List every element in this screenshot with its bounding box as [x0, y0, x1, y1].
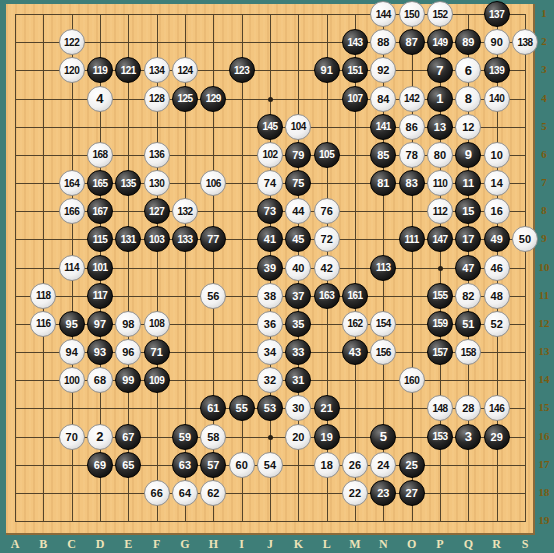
- white-stone-152: 152: [427, 1, 453, 27]
- black-stone-31: 31: [285, 367, 311, 393]
- column-label-O: O: [403, 537, 421, 552]
- black-stone-45: 45: [285, 226, 311, 252]
- column-label-C: C: [63, 537, 81, 552]
- white-stone-38: 38: [257, 283, 283, 309]
- white-stone-88: 88: [370, 29, 396, 55]
- black-stone-11: 11: [455, 170, 481, 196]
- black-stone-111: 111: [399, 226, 425, 252]
- black-stone-39: 39: [257, 255, 283, 281]
- white-stone-22: 22: [342, 480, 368, 506]
- black-stone-9: 9: [455, 142, 481, 168]
- star-point: [268, 97, 273, 102]
- column-label-K: K: [289, 537, 307, 552]
- black-stone-95: 95: [59, 311, 85, 337]
- row-label-11: 11: [535, 289, 553, 301]
- white-stone-160: 160: [399, 367, 425, 393]
- white-stone-66: 66: [144, 480, 170, 506]
- go-diagram-frame: 1234567891011121314151617181920212223242…: [0, 0, 554, 553]
- black-stone-77: 77: [200, 226, 226, 252]
- black-stone-123: 123: [229, 57, 255, 83]
- white-stone-96: 96: [115, 339, 141, 365]
- black-stone-25: 25: [399, 452, 425, 478]
- black-stone-69: 69: [87, 452, 113, 478]
- black-stone-47: 47: [455, 255, 481, 281]
- black-stone-125: 125: [172, 86, 198, 112]
- black-stone-21: 21: [314, 395, 340, 421]
- white-stone-98: 98: [115, 311, 141, 337]
- white-stone-44: 44: [285, 198, 311, 224]
- white-stone-132: 132: [172, 198, 198, 224]
- white-stone-6: 6: [455, 57, 481, 83]
- white-stone-56: 56: [200, 283, 226, 309]
- white-stone-162: 162: [342, 311, 368, 337]
- white-stone-156: 156: [370, 339, 396, 365]
- white-stone-54: 54: [257, 452, 283, 478]
- black-stone-29: 29: [484, 424, 510, 450]
- white-stone-12: 12: [455, 114, 481, 140]
- white-stone-52: 52: [484, 311, 510, 337]
- black-stone-147: 147: [427, 226, 453, 252]
- star-point: [268, 435, 273, 440]
- white-stone-148: 148: [427, 395, 453, 421]
- go-board: 1234567891011121314151617181920212223242…: [6, 4, 535, 535]
- black-stone-19: 19: [314, 424, 340, 450]
- column-label-A: A: [6, 537, 24, 552]
- black-stone-165: 165: [87, 170, 113, 196]
- row-label-15: 15: [535, 401, 553, 413]
- white-stone-122: 122: [59, 29, 85, 55]
- black-stone-93: 93: [87, 339, 113, 365]
- black-stone-59: 59: [172, 424, 198, 450]
- row-label-18: 18: [535, 486, 553, 498]
- black-stone-135: 135: [115, 170, 141, 196]
- white-stone-106: 106: [200, 170, 226, 196]
- white-stone-102: 102: [257, 142, 283, 168]
- black-stone-117: 117: [87, 283, 113, 309]
- column-label-M: M: [346, 537, 364, 552]
- white-stone-118: 118: [30, 283, 56, 309]
- black-stone-61: 61: [200, 395, 226, 421]
- white-stone-110: 110: [427, 170, 453, 196]
- black-stone-65: 65: [115, 452, 141, 478]
- white-stone-36: 36: [257, 311, 283, 337]
- white-stone-114: 114: [59, 255, 85, 281]
- black-stone-91: 91: [314, 57, 340, 83]
- black-stone-51: 51: [455, 311, 481, 337]
- black-stone-163: 163: [314, 283, 340, 309]
- black-stone-7: 7: [427, 57, 453, 83]
- white-stone-74: 74: [257, 170, 283, 196]
- white-stone-112: 112: [427, 198, 453, 224]
- black-stone-129: 129: [200, 86, 226, 112]
- row-label-13: 13: [535, 345, 553, 357]
- black-stone-55: 55: [229, 395, 255, 421]
- black-stone-151: 151: [342, 57, 368, 83]
- white-stone-134: 134: [144, 57, 170, 83]
- white-stone-116: 116: [30, 311, 56, 337]
- white-stone-62: 62: [200, 480, 226, 506]
- black-stone-27: 27: [399, 480, 425, 506]
- white-stone-4: 4: [87, 86, 113, 112]
- white-stone-18: 18: [314, 452, 340, 478]
- black-stone-131: 131: [115, 226, 141, 252]
- black-stone-85: 85: [370, 142, 396, 168]
- row-label-7: 7: [535, 176, 553, 188]
- black-stone-87: 87: [399, 29, 425, 55]
- black-stone-157: 157: [427, 339, 453, 365]
- black-stone-149: 149: [427, 29, 453, 55]
- black-stone-97: 97: [87, 311, 113, 337]
- black-stone-159: 159: [427, 311, 453, 337]
- grid-line: [15, 521, 526, 522]
- black-stone-83: 83: [399, 170, 425, 196]
- black-stone-101: 101: [87, 255, 113, 281]
- white-stone-40: 40: [285, 255, 311, 281]
- white-stone-168: 168: [87, 142, 113, 168]
- white-stone-26: 26: [342, 452, 368, 478]
- column-label-S: S: [516, 537, 534, 552]
- black-stone-89: 89: [455, 29, 481, 55]
- white-stone-20: 20: [285, 424, 311, 450]
- row-label-19: 19: [535, 514, 553, 526]
- black-stone-121: 121: [115, 57, 141, 83]
- black-stone-63: 63: [172, 452, 198, 478]
- white-stone-82: 82: [455, 283, 481, 309]
- white-stone-166: 166: [59, 198, 85, 224]
- black-stone-37: 37: [285, 283, 311, 309]
- black-stone-133: 133: [172, 226, 198, 252]
- black-stone-155: 155: [427, 283, 453, 309]
- black-stone-119: 119: [87, 57, 113, 83]
- white-stone-104: 104: [285, 114, 311, 140]
- white-stone-150: 150: [399, 1, 425, 27]
- white-stone-128: 128: [144, 86, 170, 112]
- white-stone-42: 42: [314, 255, 340, 281]
- column-label-G: G: [176, 537, 194, 552]
- white-stone-164: 164: [59, 170, 85, 196]
- grid-line: [525, 14, 526, 522]
- white-stone-34: 34: [257, 339, 283, 365]
- white-stone-28: 28: [455, 395, 481, 421]
- black-stone-143: 143: [342, 29, 368, 55]
- black-stone-5: 5: [370, 424, 396, 450]
- row-label-8: 8: [535, 204, 553, 216]
- white-stone-32: 32: [257, 367, 283, 393]
- white-stone-130: 130: [144, 170, 170, 196]
- black-stone-105: 105: [314, 142, 340, 168]
- white-stone-80: 80: [427, 142, 453, 168]
- white-stone-68: 68: [87, 367, 113, 393]
- black-stone-1: 1: [427, 86, 453, 112]
- black-stone-127: 127: [144, 198, 170, 224]
- column-label-I: I: [233, 537, 251, 552]
- column-label-R: R: [488, 537, 506, 552]
- white-stone-78: 78: [399, 142, 425, 168]
- white-stone-158: 158: [455, 339, 481, 365]
- column-label-L: L: [318, 537, 336, 552]
- white-stone-92: 92: [370, 57, 396, 83]
- black-stone-79: 79: [285, 142, 311, 168]
- black-stone-153: 153: [427, 424, 453, 450]
- black-stone-43: 43: [342, 339, 368, 365]
- row-label-3: 3: [535, 63, 553, 75]
- row-label-5: 5: [535, 120, 553, 132]
- white-stone-10: 10: [484, 142, 510, 168]
- star-point: [438, 266, 443, 271]
- column-label-Q: Q: [459, 537, 477, 552]
- column-label-P: P: [431, 537, 449, 552]
- white-stone-140: 140: [484, 86, 510, 112]
- black-stone-141: 141: [370, 114, 396, 140]
- column-label-F: F: [148, 537, 166, 552]
- white-stone-2: 2: [87, 424, 113, 450]
- black-stone-99: 99: [115, 367, 141, 393]
- row-label-17: 17: [535, 458, 553, 470]
- row-label-14: 14: [535, 373, 553, 385]
- row-label-10: 10: [535, 261, 553, 273]
- black-stone-137: 137: [484, 1, 510, 27]
- black-stone-107: 107: [342, 86, 368, 112]
- black-stone-23: 23: [370, 480, 396, 506]
- black-stone-13: 13: [427, 114, 453, 140]
- black-stone-67: 67: [115, 424, 141, 450]
- black-stone-3: 3: [455, 424, 481, 450]
- black-stone-57: 57: [200, 452, 226, 478]
- grid-line: [15, 493, 526, 494]
- white-stone-90: 90: [484, 29, 510, 55]
- white-stone-76: 76: [314, 198, 340, 224]
- column-label-D: D: [91, 537, 109, 552]
- white-stone-146: 146: [484, 395, 510, 421]
- black-stone-145: 145: [257, 114, 283, 140]
- column-label-J: J: [261, 537, 279, 552]
- black-stone-75: 75: [285, 170, 311, 196]
- white-stone-142: 142: [399, 86, 425, 112]
- row-label-12: 12: [535, 317, 553, 329]
- row-label-9: 9: [535, 232, 553, 244]
- white-stone-94: 94: [59, 339, 85, 365]
- black-stone-113: 113: [370, 255, 396, 281]
- white-stone-16: 16: [484, 198, 510, 224]
- white-stone-124: 124: [172, 57, 198, 83]
- black-stone-33: 33: [285, 339, 311, 365]
- column-label-B: B: [34, 537, 52, 552]
- black-stone-73: 73: [257, 198, 283, 224]
- white-stone-86: 86: [399, 114, 425, 140]
- white-stone-144: 144: [370, 1, 396, 27]
- black-stone-17: 17: [455, 226, 481, 252]
- white-stone-72: 72: [314, 226, 340, 252]
- black-stone-109: 109: [144, 367, 170, 393]
- row-label-2: 2: [535, 35, 553, 47]
- white-stone-108: 108: [144, 311, 170, 337]
- black-stone-71: 71: [144, 339, 170, 365]
- white-stone-100: 100: [59, 367, 85, 393]
- white-stone-48: 48: [484, 283, 510, 309]
- white-stone-14: 14: [484, 170, 510, 196]
- black-stone-161: 161: [342, 283, 368, 309]
- white-stone-60: 60: [229, 452, 255, 478]
- column-label-E: E: [119, 537, 137, 552]
- black-stone-139: 139: [484, 57, 510, 83]
- black-stone-53: 53: [257, 395, 283, 421]
- white-stone-120: 120: [59, 57, 85, 83]
- row-label-1: 1: [535, 7, 553, 19]
- white-stone-136: 136: [144, 142, 170, 168]
- white-stone-8: 8: [455, 86, 481, 112]
- black-stone-49: 49: [484, 226, 510, 252]
- black-stone-115: 115: [87, 226, 113, 252]
- black-stone-41: 41: [257, 226, 283, 252]
- white-stone-64: 64: [172, 480, 198, 506]
- black-stone-35: 35: [285, 311, 311, 337]
- white-stone-154: 154: [370, 311, 396, 337]
- black-stone-103: 103: [144, 226, 170, 252]
- row-label-4: 4: [535, 92, 553, 104]
- black-stone-81: 81: [370, 170, 396, 196]
- row-label-6: 6: [535, 148, 553, 160]
- column-label-N: N: [374, 537, 392, 552]
- white-stone-70: 70: [59, 424, 85, 450]
- white-stone-24: 24: [370, 452, 396, 478]
- column-label-H: H: [204, 537, 222, 552]
- row-label-16: 16: [535, 430, 553, 442]
- white-stone-30: 30: [285, 395, 311, 421]
- black-stone-15: 15: [455, 198, 481, 224]
- black-stone-167: 167: [87, 198, 113, 224]
- white-stone-46: 46: [484, 255, 510, 281]
- white-stone-58: 58: [200, 424, 226, 450]
- white-stone-84: 84: [370, 86, 396, 112]
